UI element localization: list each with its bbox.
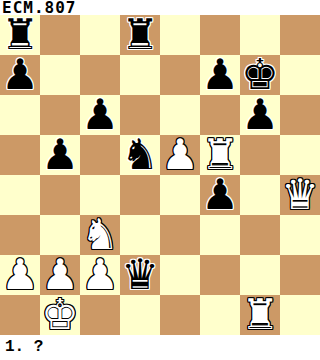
black-pawn: ♟ <box>201 55 239 95</box>
square-e2[interactable] <box>160 255 200 295</box>
square-f3[interactable] <box>200 215 240 255</box>
black-pawn: ♟ <box>41 135 79 175</box>
white-pawn: ♟ <box>1 255 39 295</box>
square-c5[interactable] <box>80 135 120 175</box>
square-c4[interactable] <box>80 175 120 215</box>
white-king: ♚ <box>41 295 79 335</box>
square-f7[interactable]: ♟ <box>200 55 240 95</box>
square-g1[interactable]: ♜ <box>240 295 280 335</box>
white-rook: ♜ <box>241 295 279 335</box>
square-e6[interactable] <box>160 95 200 135</box>
square-h1[interactable] <box>280 295 320 335</box>
square-e7[interactable] <box>160 55 200 95</box>
square-d2[interactable]: ♛ <box>120 255 160 295</box>
white-pawn: ♟ <box>161 135 199 175</box>
square-g8[interactable] <box>240 15 280 55</box>
square-f4[interactable]: ♟ <box>200 175 240 215</box>
square-g2[interactable] <box>240 255 280 295</box>
square-b8[interactable] <box>40 15 80 55</box>
black-pawn: ♟ <box>1 55 39 95</box>
square-d7[interactable] <box>120 55 160 95</box>
square-a4[interactable] <box>0 175 40 215</box>
square-h4[interactable]: ♛ <box>280 175 320 215</box>
square-f8[interactable] <box>200 15 240 55</box>
square-a2[interactable]: ♟ <box>0 255 40 295</box>
square-a5[interactable] <box>0 135 40 175</box>
square-f1[interactable] <box>200 295 240 335</box>
square-d4[interactable] <box>120 175 160 215</box>
square-f6[interactable] <box>200 95 240 135</box>
square-b3[interactable] <box>40 215 80 255</box>
square-e3[interactable] <box>160 215 200 255</box>
square-c7[interactable] <box>80 55 120 95</box>
square-g6[interactable]: ♟ <box>240 95 280 135</box>
square-a1[interactable] <box>0 295 40 335</box>
square-d6[interactable] <box>120 95 160 135</box>
square-b1[interactable]: ♚ <box>40 295 80 335</box>
square-b6[interactable] <box>40 95 80 135</box>
square-c8[interactable] <box>80 15 120 55</box>
square-b7[interactable] <box>40 55 80 95</box>
black-king: ♚ <box>241 55 279 95</box>
square-a7[interactable]: ♟ <box>0 55 40 95</box>
square-h2[interactable] <box>280 255 320 295</box>
white-rook: ♜ <box>201 135 239 175</box>
square-b5[interactable]: ♟ <box>40 135 80 175</box>
square-g4[interactable] <box>240 175 280 215</box>
square-e1[interactable] <box>160 295 200 335</box>
square-a6[interactable] <box>0 95 40 135</box>
square-b4[interactable] <box>40 175 80 215</box>
square-c1[interactable] <box>80 295 120 335</box>
square-c6[interactable]: ♟ <box>80 95 120 135</box>
square-f2[interactable] <box>200 255 240 295</box>
diagram-title: ECM.807 <box>0 0 320 15</box>
square-h7[interactable] <box>280 55 320 95</box>
white-pawn: ♟ <box>81 255 119 295</box>
black-pawn: ♟ <box>201 175 239 215</box>
square-h5[interactable] <box>280 135 320 175</box>
square-g5[interactable] <box>240 135 280 175</box>
square-h8[interactable] <box>280 15 320 55</box>
chess-diagram-page: ECM.807 ♜♜♟♟♚♟♟♟♞♟♜♟♛♞♟♟♟♛♚♜ 1. ? <box>0 0 320 360</box>
chess-board: ♜♜♟♟♚♟♟♟♞♟♜♟♛♞♟♟♟♛♚♜ <box>0 15 320 335</box>
white-pawn: ♟ <box>41 255 79 295</box>
square-b2[interactable]: ♟ <box>40 255 80 295</box>
square-d5[interactable]: ♞ <box>120 135 160 175</box>
square-e4[interactable] <box>160 175 200 215</box>
white-queen: ♛ <box>281 175 319 215</box>
square-g3[interactable] <box>240 215 280 255</box>
square-c3[interactable]: ♞ <box>80 215 120 255</box>
square-h6[interactable] <box>280 95 320 135</box>
square-f5[interactable]: ♜ <box>200 135 240 175</box>
square-d1[interactable] <box>120 295 160 335</box>
square-d8[interactable]: ♜ <box>120 15 160 55</box>
square-c2[interactable]: ♟ <box>80 255 120 295</box>
black-queen: ♛ <box>121 255 159 295</box>
square-a3[interactable] <box>0 215 40 255</box>
black-rook: ♜ <box>1 15 39 55</box>
square-a8[interactable]: ♜ <box>0 15 40 55</box>
black-pawn: ♟ <box>241 95 279 135</box>
white-knight: ♞ <box>81 215 119 255</box>
black-rook: ♜ <box>121 15 159 55</box>
square-e8[interactable] <box>160 15 200 55</box>
black-knight: ♞ <box>121 135 159 175</box>
square-g7[interactable]: ♚ <box>240 55 280 95</box>
square-e5[interactable]: ♟ <box>160 135 200 175</box>
square-h3[interactable] <box>280 215 320 255</box>
square-d3[interactable] <box>120 215 160 255</box>
black-pawn: ♟ <box>81 95 119 135</box>
